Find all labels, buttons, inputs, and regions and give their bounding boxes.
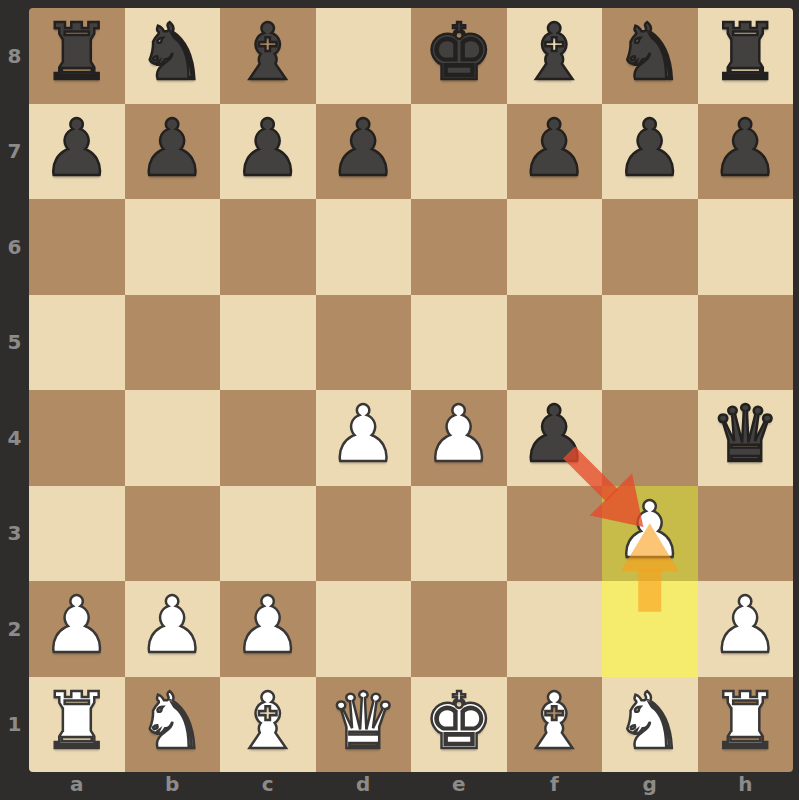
rank-label-2: 2 [0,581,29,677]
piece-black-P-c7[interactable]: ♟ [233,101,303,197]
square-b4[interactable] [125,390,221,486]
square-a5[interactable] [29,295,125,391]
piece-black-P-a7[interactable]: ♟ [42,101,112,197]
rank-label-5: 5 [0,295,29,391]
piece-black-K-e8[interactable]: ♚ [424,8,494,101]
piece-white-P-d4[interactable]: ♟ [328,387,398,483]
piece-white-Q-d1[interactable]: ♛ [328,674,398,770]
square-h7[interactable]: ♟ [698,104,794,200]
square-a7[interactable]: ♟ [29,104,125,200]
square-e3[interactable] [411,486,507,582]
piece-white-P-h2[interactable]: ♟ [710,578,780,674]
square-d3[interactable] [316,486,412,582]
square-e1[interactable]: ♚ [411,677,507,773]
square-b3[interactable] [125,486,221,582]
piece-black-P-h7[interactable]: ♟ [710,101,780,197]
piece-white-P-g3[interactable]: ♟ [615,483,685,579]
square-c2[interactable]: ♟ [220,581,316,677]
square-f2[interactable] [507,581,603,677]
square-c4[interactable] [220,390,316,486]
square-d8[interactable] [316,8,412,104]
piece-white-P-a2[interactable]: ♟ [42,578,112,674]
square-f6[interactable] [507,199,603,295]
file-coordinates: abcdefgh [29,768,793,800]
square-g8[interactable]: ♞ [602,8,698,104]
square-e2[interactable] [411,581,507,677]
piece-white-P-c2[interactable]: ♟ [233,578,303,674]
file-label-d: d [316,768,412,800]
square-f4[interactable]: ♟ [507,390,603,486]
rank-label-4: 4 [0,390,29,486]
piece-white-R-h1[interactable]: ♜ [710,674,780,770]
square-f1[interactable]: ♝ [507,677,603,773]
chess-board: ♜♞♝♚♝♞♜♟♟♟♟♟♟♟♟♟♟♛♟♟♟♟♟♜♞♝♛♚♝♞♜ [29,8,793,772]
square-d6[interactable] [316,199,412,295]
square-f8[interactable]: ♝ [507,8,603,104]
square-f3[interactable] [507,486,603,582]
square-a6[interactable] [29,199,125,295]
piece-black-P-g7[interactable]: ♟ [615,101,685,197]
square-b2[interactable]: ♟ [125,581,221,677]
piece-black-N-g8[interactable]: ♞ [615,8,685,101]
square-b8[interactable]: ♞ [125,8,221,104]
piece-black-Q-h4[interactable]: ♛ [710,387,780,483]
piece-black-B-c8[interactable]: ♝ [233,8,303,101]
piece-black-P-b7[interactable]: ♟ [137,101,207,197]
rank-label-6: 6 [0,199,29,295]
file-label-b: b [125,768,221,800]
square-g1[interactable]: ♞ [602,677,698,773]
square-a8[interactable]: ♜ [29,8,125,104]
square-b1[interactable]: ♞ [125,677,221,773]
square-h6[interactable] [698,199,794,295]
square-a4[interactable] [29,390,125,486]
file-label-c: c [220,768,316,800]
square-h3[interactable] [698,486,794,582]
square-c5[interactable] [220,295,316,391]
square-g5[interactable] [602,295,698,391]
piece-black-P-d7[interactable]: ♟ [328,101,398,197]
rank-label-3: 3 [0,486,29,582]
square-a3[interactable] [29,486,125,582]
file-label-e: e [411,768,507,800]
file-label-h: h [698,768,794,800]
piece-white-K-e1[interactable]: ♚ [424,674,494,770]
square-d4[interactable]: ♟ [316,390,412,486]
square-g4[interactable] [602,390,698,486]
square-e5[interactable] [411,295,507,391]
piece-black-N-b8[interactable]: ♞ [137,8,207,101]
square-h4[interactable]: ♛ [698,390,794,486]
square-c7[interactable]: ♟ [220,104,316,200]
square-b7[interactable]: ♟ [125,104,221,200]
file-label-f: f [507,768,603,800]
square-e8[interactable]: ♚ [411,8,507,104]
square-c8[interactable]: ♝ [220,8,316,104]
file-label-a: a [29,768,125,800]
square-d7[interactable]: ♟ [316,104,412,200]
square-d5[interactable] [316,295,412,391]
piece-black-P-f4[interactable]: ♟ [519,387,589,483]
square-a2[interactable]: ♟ [29,581,125,677]
square-d2[interactable] [316,581,412,677]
square-e4[interactable]: ♟ [411,390,507,486]
piece-black-R-a8[interactable]: ♜ [42,8,112,101]
square-f5[interactable] [507,295,603,391]
piece-white-R-a1[interactable]: ♜ [42,674,112,770]
piece-white-P-b2[interactable]: ♟ [137,578,207,674]
rank-label-1: 1 [0,677,29,773]
square-a1[interactable]: ♜ [29,677,125,773]
square-c1[interactable]: ♝ [220,677,316,773]
piece-black-B-f8[interactable]: ♝ [519,8,589,101]
piece-white-N-g1[interactable]: ♞ [615,674,685,770]
piece-white-B-f1[interactable]: ♝ [519,674,589,770]
square-h5[interactable] [698,295,794,391]
square-d1[interactable]: ♛ [316,677,412,773]
piece-white-B-c1[interactable]: ♝ [233,674,303,770]
square-f7[interactable]: ♟ [507,104,603,200]
square-b5[interactable] [125,295,221,391]
rank-label-7: 7 [0,104,29,200]
piece-white-P-e4[interactable]: ♟ [424,387,494,483]
rank-coordinates: 87654321 [0,8,29,772]
square-b6[interactable] [125,199,221,295]
square-c6[interactable] [220,199,316,295]
rank-label-8: 8 [0,8,29,104]
piece-black-R-h8[interactable]: ♜ [710,8,780,101]
file-label-g: g [602,768,698,800]
square-e7[interactable] [411,104,507,200]
square-g2[interactable] [602,581,698,677]
piece-black-P-f7[interactable]: ♟ [519,101,589,197]
square-g7[interactable]: ♟ [602,104,698,200]
square-h8[interactable]: ♜ [698,8,794,104]
square-e6[interactable] [411,199,507,295]
piece-white-N-b1[interactable]: ♞ [137,674,207,770]
square-g6[interactable] [602,199,698,295]
square-c3[interactable] [220,486,316,582]
square-h2[interactable]: ♟ [698,581,794,677]
square-g3[interactable]: ♟ [602,486,698,582]
square-h1[interactable]: ♜ [698,677,794,773]
